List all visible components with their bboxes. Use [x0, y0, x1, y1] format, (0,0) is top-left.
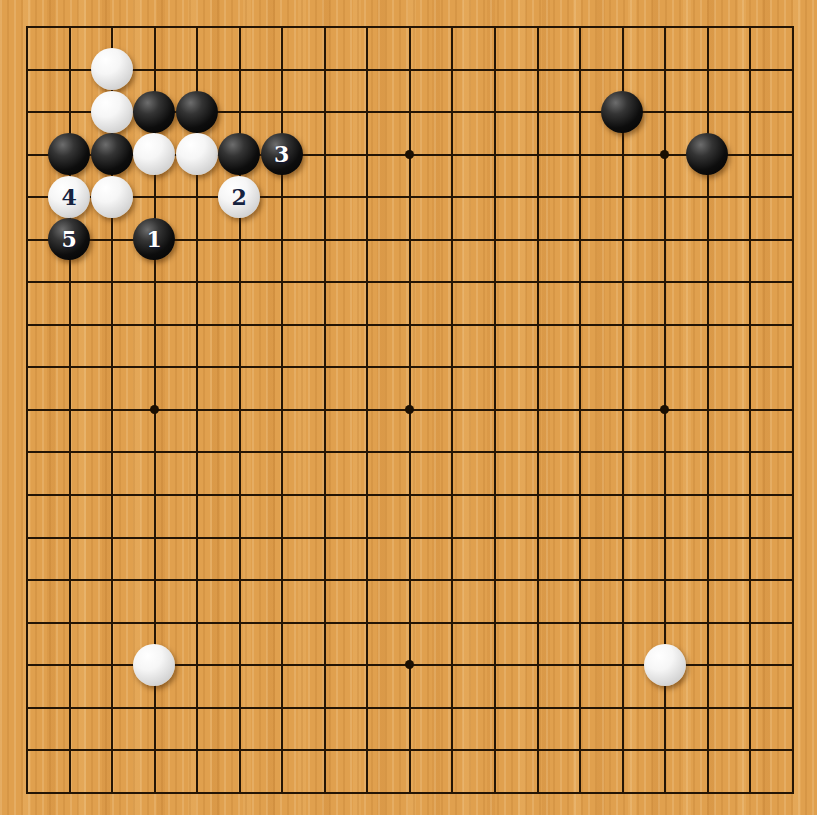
white-stone-move-4[interactable]: 4 [48, 176, 90, 218]
star-point [150, 405, 159, 414]
black-stone[interactable] [218, 133, 260, 175]
star-point [405, 405, 414, 414]
white-stone[interactable] [91, 91, 133, 133]
board-intersections-grid[interactable]: 34251 [5, 5, 813, 813]
white-stone[interactable] [91, 48, 133, 90]
white-stone[interactable] [133, 133, 175, 175]
go-board[interactable]: 34251 [0, 0, 817, 815]
black-stone-move-3[interactable]: 3 [261, 133, 303, 175]
white-stone-move-2[interactable]: 2 [218, 176, 260, 218]
star-point [660, 150, 669, 159]
star-point [405, 660, 414, 669]
white-stone[interactable] [91, 176, 133, 218]
white-stone[interactable] [176, 133, 218, 175]
black-stone[interactable] [91, 133, 133, 175]
black-stone[interactable] [48, 133, 90, 175]
black-stone[interactable] [601, 91, 643, 133]
black-stone-move-5[interactable]: 5 [48, 218, 90, 260]
black-stone[interactable] [686, 133, 728, 175]
star-point [660, 405, 669, 414]
black-stone[interactable] [133, 91, 175, 133]
black-stone-move-1[interactable]: 1 [133, 218, 175, 260]
black-stone[interactable] [176, 91, 218, 133]
white-stone[interactable] [644, 644, 686, 686]
white-stone[interactable] [133, 644, 175, 686]
star-point [405, 150, 414, 159]
